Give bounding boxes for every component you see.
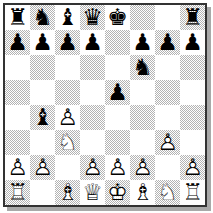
piece-black-knight: ♞ xyxy=(30,5,55,30)
piece-body: ♟ xyxy=(105,80,130,105)
piece-body: ♟ xyxy=(55,30,80,55)
piece-white-knight: ♞♘ xyxy=(155,180,180,205)
square-g1[interactable]: ♞♘ xyxy=(155,180,180,205)
square-a5[interactable] xyxy=(5,80,30,105)
piece-outline: ♙ xyxy=(55,105,80,130)
square-a3[interactable] xyxy=(5,130,30,155)
square-a6[interactable] xyxy=(5,55,30,80)
square-e2[interactable]: ♟♙ xyxy=(105,155,130,180)
square-f8[interactable] xyxy=(130,5,155,30)
square-b2[interactable]: ♟♙ xyxy=(30,155,55,180)
square-c4[interactable]: ♟♙ xyxy=(55,105,80,130)
piece-body: ♝ xyxy=(55,5,80,30)
square-f4[interactable] xyxy=(130,105,155,130)
piece-black-pawn: ♟ xyxy=(5,30,30,55)
square-f7[interactable]: ♟ xyxy=(130,30,155,55)
piece-outline: ♙ xyxy=(30,155,55,180)
square-d8[interactable]: ♛ xyxy=(80,5,105,30)
piece-white-rook: ♜♖ xyxy=(180,180,205,205)
square-g8[interactable] xyxy=(155,5,180,30)
piece-white-pawn: ♟♙ xyxy=(105,155,130,180)
piece-outline: ♖ xyxy=(180,180,205,205)
piece-outline: ♙ xyxy=(155,130,180,155)
piece-outline: ♔ xyxy=(105,180,130,205)
square-e7[interactable] xyxy=(105,30,130,55)
square-a4[interactable] xyxy=(5,105,30,130)
square-c6[interactable] xyxy=(55,55,80,80)
piece-black-pawn: ♟ xyxy=(80,30,105,55)
piece-white-rook: ♜♖ xyxy=(5,180,30,205)
chess-board: ♜♞♝♛♚♜♟♟♟♟♟♟♟♞♟♝♟♙♞♘♟♙♟♙♟♙♟♙♟♙♟♙♟♙♜♖♝♗♛♕… xyxy=(5,5,205,205)
square-e1[interactable]: ♚♔ xyxy=(105,180,130,205)
square-e8[interactable]: ♚ xyxy=(105,5,130,30)
piece-body: ♞ xyxy=(30,5,55,30)
square-f3[interactable] xyxy=(130,130,155,155)
piece-black-bishop: ♝ xyxy=(55,5,80,30)
square-h6[interactable] xyxy=(180,55,205,80)
piece-body: ♟ xyxy=(180,30,205,55)
square-e6[interactable] xyxy=(105,55,130,80)
piece-black-queen: ♛ xyxy=(80,5,105,30)
square-d1[interactable]: ♛♕ xyxy=(80,180,105,205)
square-d3[interactable] xyxy=(80,130,105,155)
square-d4[interactable] xyxy=(80,105,105,130)
piece-outline: ♙ xyxy=(130,155,155,180)
piece-body: ♞ xyxy=(130,55,155,80)
piece-body: ♛ xyxy=(80,5,105,30)
square-b5[interactable] xyxy=(30,80,55,105)
piece-white-pawn: ♟♙ xyxy=(130,155,155,180)
square-d5[interactable] xyxy=(80,80,105,105)
square-b8[interactable]: ♞ xyxy=(30,5,55,30)
piece-white-queen: ♛♕ xyxy=(80,180,105,205)
square-h2[interactable]: ♟♙ xyxy=(180,155,205,180)
board-frame: ♜♞♝♛♚♜♟♟♟♟♟♟♟♞♟♝♟♙♞♘♟♙♟♙♟♙♟♙♟♙♟♙♟♙♜♖♝♗♛♕… xyxy=(3,3,207,207)
piece-body: ♟ xyxy=(5,30,30,55)
piece-outline: ♙ xyxy=(180,155,205,180)
piece-black-knight: ♞ xyxy=(130,55,155,80)
piece-black-king: ♚ xyxy=(105,5,130,30)
square-c5[interactable] xyxy=(55,80,80,105)
piece-outline: ♘ xyxy=(155,180,180,205)
piece-white-pawn: ♟♙ xyxy=(155,130,180,155)
square-h8[interactable]: ♜ xyxy=(180,5,205,30)
piece-white-pawn: ♟♙ xyxy=(30,155,55,180)
square-e5[interactable]: ♟ xyxy=(105,80,130,105)
piece-outline: ♙ xyxy=(5,155,30,180)
square-f6[interactable]: ♞ xyxy=(130,55,155,80)
square-g2[interactable] xyxy=(155,155,180,180)
square-d6[interactable] xyxy=(80,55,105,80)
piece-black-rook: ♜ xyxy=(5,5,30,30)
piece-body: ♟ xyxy=(30,30,55,55)
square-f1[interactable]: ♝♗ xyxy=(130,180,155,205)
square-f2[interactable]: ♟♙ xyxy=(130,155,155,180)
piece-outline: ♗ xyxy=(130,180,155,205)
square-f5[interactable] xyxy=(130,80,155,105)
piece-outline: ♙ xyxy=(105,155,130,180)
square-b3[interactable] xyxy=(30,130,55,155)
square-g6[interactable] xyxy=(155,55,180,80)
square-b6[interactable] xyxy=(30,55,55,80)
piece-white-pawn: ♟♙ xyxy=(80,155,105,180)
piece-black-pawn: ♟ xyxy=(130,30,155,55)
square-g4[interactable] xyxy=(155,105,180,130)
piece-body: ♟ xyxy=(80,30,105,55)
square-c1[interactable]: ♝♗ xyxy=(55,180,80,205)
square-a2[interactable]: ♟♙ xyxy=(5,155,30,180)
square-e4[interactable] xyxy=(105,105,130,130)
piece-body: ♟ xyxy=(130,30,155,55)
square-c7[interactable]: ♟ xyxy=(55,30,80,55)
piece-white-knight: ♞♘ xyxy=(55,130,80,155)
piece-outline: ♘ xyxy=(55,130,80,155)
piece-black-pawn: ♟ xyxy=(55,30,80,55)
square-h4[interactable] xyxy=(180,105,205,130)
square-d2[interactable]: ♟♙ xyxy=(80,155,105,180)
square-d7[interactable]: ♟ xyxy=(80,30,105,55)
square-a8[interactable]: ♜ xyxy=(5,5,30,30)
piece-black-pawn: ♟ xyxy=(155,30,180,55)
piece-body: ♟ xyxy=(155,30,180,55)
square-g3[interactable]: ♟♙ xyxy=(155,130,180,155)
square-c3[interactable]: ♞♘ xyxy=(55,130,80,155)
chess-diagram: ♜♞♝♛♚♜♟♟♟♟♟♟♟♞♟♝♟♙♞♘♟♙♟♙♟♙♟♙♟♙♟♙♟♙♜♖♝♗♛♕… xyxy=(0,0,213,213)
piece-outline: ♗ xyxy=(55,180,80,205)
square-g7[interactable]: ♟ xyxy=(155,30,180,55)
square-c8[interactable]: ♝ xyxy=(55,5,80,30)
square-h5[interactable] xyxy=(180,80,205,105)
piece-white-bishop: ♝♗ xyxy=(130,180,155,205)
square-a1[interactable]: ♜♖ xyxy=(5,180,30,205)
piece-body: ♚ xyxy=(105,5,130,30)
square-h3[interactable] xyxy=(180,130,205,155)
piece-white-pawn: ♟♙ xyxy=(5,155,30,180)
square-h7[interactable]: ♟ xyxy=(180,30,205,55)
piece-black-pawn: ♟ xyxy=(30,30,55,55)
square-b4[interactable]: ♝ xyxy=(30,105,55,130)
piece-white-pawn: ♟♙ xyxy=(55,105,80,130)
piece-outline: ♙ xyxy=(80,155,105,180)
square-h1[interactable]: ♜♖ xyxy=(180,180,205,205)
piece-black-rook: ♜ xyxy=(180,5,205,30)
piece-outline: ♕ xyxy=(80,180,105,205)
square-c2[interactable] xyxy=(55,155,80,180)
piece-black-pawn: ♟ xyxy=(105,80,130,105)
square-g5[interactable] xyxy=(155,80,180,105)
square-e3[interactable] xyxy=(105,130,130,155)
piece-white-pawn: ♟♙ xyxy=(180,155,205,180)
square-b7[interactable]: ♟ xyxy=(30,30,55,55)
piece-white-bishop: ♝♗ xyxy=(55,180,80,205)
piece-black-pawn: ♟ xyxy=(180,30,205,55)
square-a7[interactable]: ♟ xyxy=(5,30,30,55)
piece-outline: ♖ xyxy=(5,180,30,205)
square-b1[interactable] xyxy=(30,180,55,205)
piece-black-bishop: ♝ xyxy=(30,105,55,130)
piece-body: ♝ xyxy=(30,105,55,130)
piece-body: ♜ xyxy=(180,5,205,30)
piece-body: ♜ xyxy=(5,5,30,30)
piece-white-king: ♚♔ xyxy=(105,180,130,205)
